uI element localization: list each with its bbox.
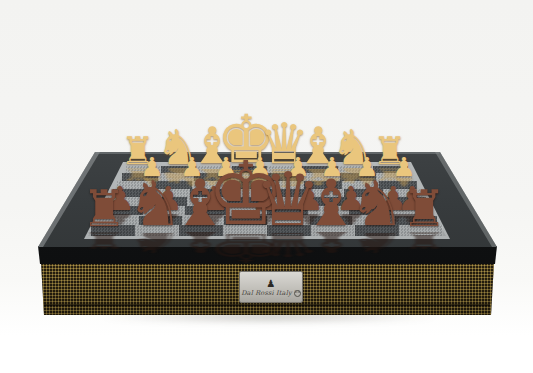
chess-pawn-icon: ♟ — [267, 279, 276, 289]
brand-plaque: ♟ Dal Rossi Italy DR — [239, 271, 303, 303]
chess-set-product-photo: ♜♜♞♞♝♝♚♚♛♛♝♝♞♞♜♜♟♟♟♟♟♟♟♟♟♟♟♟♟♟♟♟♟♟♟♟♟♟♟♟… — [0, 0, 533, 373]
brand-name: Dal Rossi Italy — [241, 290, 292, 297]
box-base-seam — [44, 304, 490, 306]
brand-mark-circle: DR — [294, 290, 301, 297]
